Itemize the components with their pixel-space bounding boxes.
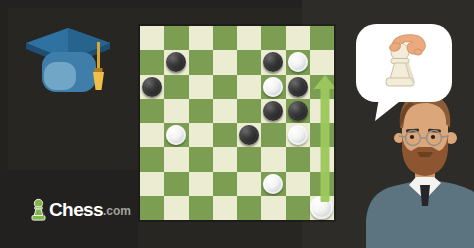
white-disc-f2[interactable] bbox=[263, 174, 283, 194]
square-d8[interactable] bbox=[213, 26, 237, 50]
black-disc-g6[interactable] bbox=[288, 77, 308, 97]
square-e2[interactable] bbox=[237, 172, 261, 196]
square-a2[interactable] bbox=[140, 172, 164, 196]
square-b6[interactable] bbox=[164, 75, 188, 99]
black-disc-e4[interactable] bbox=[239, 125, 259, 145]
square-c4[interactable] bbox=[189, 123, 213, 147]
square-e5[interactable] bbox=[237, 99, 261, 123]
square-a5[interactable] bbox=[140, 99, 164, 123]
square-c3[interactable] bbox=[189, 147, 213, 171]
square-f3[interactable] bbox=[261, 147, 285, 171]
white-disc-h1[interactable] bbox=[310, 196, 333, 219]
chess-board bbox=[140, 26, 334, 220]
black-disc-b7[interactable] bbox=[166, 52, 186, 72]
square-c5[interactable] bbox=[189, 99, 213, 123]
square-b7[interactable] bbox=[164, 50, 188, 74]
square-b4[interactable] bbox=[164, 123, 188, 147]
square-e8[interactable] bbox=[237, 26, 261, 50]
square-c8[interactable] bbox=[189, 26, 213, 50]
square-h3[interactable] bbox=[310, 147, 334, 171]
square-d7[interactable] bbox=[213, 50, 237, 74]
hand-holding-pawn-icon bbox=[372, 33, 436, 93]
square-a8[interactable] bbox=[140, 26, 164, 50]
tassel-icon bbox=[93, 72, 104, 90]
square-g6[interactable] bbox=[286, 75, 310, 99]
square-h2[interactable] bbox=[310, 172, 334, 196]
square-f5[interactable] bbox=[261, 99, 285, 123]
white-disc-g7[interactable] bbox=[288, 52, 308, 72]
white-disc-b4[interactable] bbox=[166, 125, 186, 145]
square-d1[interactable] bbox=[213, 196, 237, 220]
square-f6[interactable] bbox=[261, 75, 285, 99]
square-c6[interactable] bbox=[189, 75, 213, 99]
square-e7[interactable] bbox=[237, 50, 261, 74]
chesscom-pawn-icon bbox=[30, 198, 47, 222]
square-f7[interactable] bbox=[261, 50, 285, 74]
square-g5[interactable] bbox=[286, 99, 310, 123]
promo-image: Chess.com bbox=[0, 0, 474, 248]
square-d6[interactable] bbox=[213, 75, 237, 99]
square-a1[interactable] bbox=[140, 196, 164, 220]
square-h5[interactable] bbox=[310, 99, 334, 123]
square-h4[interactable] bbox=[310, 123, 334, 147]
square-c1[interactable] bbox=[189, 196, 213, 220]
square-b3[interactable] bbox=[164, 147, 188, 171]
square-d4[interactable] bbox=[213, 123, 237, 147]
square-a4[interactable] bbox=[140, 123, 164, 147]
black-disc-f7[interactable] bbox=[263, 52, 283, 72]
white-disc-f6[interactable] bbox=[263, 77, 283, 97]
square-d3[interactable] bbox=[213, 147, 237, 171]
square-a6[interactable] bbox=[140, 75, 164, 99]
logo-text: Chess bbox=[49, 198, 103, 222]
black-disc-a6[interactable] bbox=[142, 77, 162, 97]
square-c7[interactable] bbox=[189, 50, 213, 74]
speech-bubble bbox=[356, 24, 452, 102]
square-d5[interactable] bbox=[213, 99, 237, 123]
black-disc-f5[interactable] bbox=[263, 101, 283, 121]
square-f1[interactable] bbox=[261, 196, 285, 220]
black-disc-g5[interactable] bbox=[288, 101, 308, 121]
square-d2[interactable] bbox=[213, 172, 237, 196]
logo-suffix: .com bbox=[103, 200, 131, 222]
background bbox=[0, 0, 8, 248]
square-g1[interactable] bbox=[286, 196, 310, 220]
square-f2[interactable] bbox=[261, 172, 285, 196]
square-b1[interactable] bbox=[164, 196, 188, 220]
background bbox=[0, 0, 474, 8]
square-h7[interactable] bbox=[310, 50, 334, 74]
square-e3[interactable] bbox=[237, 147, 261, 171]
graduation-cap-icon bbox=[26, 26, 112, 96]
square-e4[interactable] bbox=[237, 123, 261, 147]
square-h8[interactable] bbox=[310, 26, 334, 50]
square-f8[interactable] bbox=[261, 26, 285, 50]
square-a7[interactable] bbox=[140, 50, 164, 74]
square-g3[interactable] bbox=[286, 147, 310, 171]
square-e1[interactable] bbox=[237, 196, 261, 220]
square-c2[interactable] bbox=[189, 172, 213, 196]
square-a3[interactable] bbox=[140, 147, 164, 171]
square-g2[interactable] bbox=[286, 172, 310, 196]
square-g7[interactable] bbox=[286, 50, 310, 74]
tassel-cord bbox=[97, 42, 100, 70]
square-f4[interactable] bbox=[261, 123, 285, 147]
square-b2[interactable] bbox=[164, 172, 188, 196]
square-h6[interactable] bbox=[310, 75, 334, 99]
white-disc-g4[interactable] bbox=[288, 125, 308, 145]
square-e6[interactable] bbox=[237, 75, 261, 99]
square-g8[interactable] bbox=[286, 26, 310, 50]
square-g4[interactable] bbox=[286, 123, 310, 147]
square-b5[interactable] bbox=[164, 99, 188, 123]
square-h1[interactable] bbox=[310, 196, 334, 220]
square-b8[interactable] bbox=[164, 26, 188, 50]
chesscom-logo[interactable]: Chess.com bbox=[30, 198, 131, 222]
